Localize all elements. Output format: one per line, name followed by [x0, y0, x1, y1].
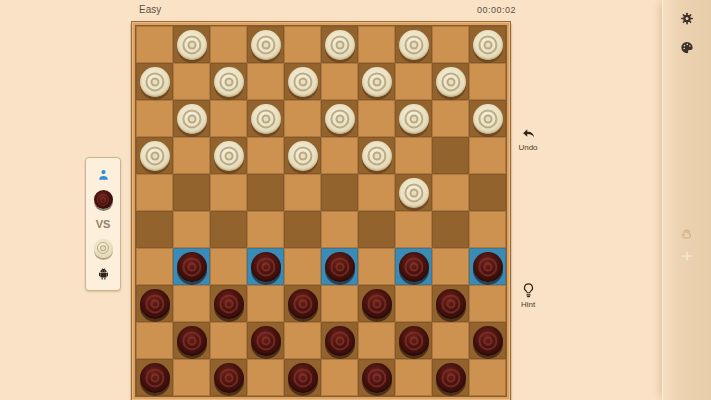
board-cell[interactable] — [284, 26, 321, 63]
piece-dark[interactable] — [288, 289, 318, 319]
checkers-board — [131, 21, 511, 400]
piece-dark[interactable] — [288, 363, 318, 393]
board-cell[interactable] — [395, 63, 432, 100]
board-cell[interactable] — [358, 322, 395, 359]
board-cell[interactable] — [136, 137, 173, 174]
person-icon — [96, 167, 111, 182]
piece-dark[interactable] — [473, 252, 503, 282]
board-cell[interactable] — [210, 174, 247, 211]
piece-light[interactable] — [177, 30, 207, 60]
piece-light[interactable] — [473, 30, 503, 60]
piece-dark[interactable] — [251, 326, 281, 356]
board-cell[interactable] — [432, 26, 469, 63]
board-cell[interactable] — [469, 174, 506, 211]
board-cell[interactable] — [173, 359, 210, 396]
piece-light[interactable] — [251, 30, 281, 60]
piece-light[interactable] — [362, 141, 392, 171]
undo-button[interactable]: Undo — [511, 126, 545, 152]
board-cell[interactable] — [395, 100, 432, 137]
piece-light[interactable] — [288, 141, 318, 171]
piece-dark[interactable] — [251, 252, 281, 282]
piece-light[interactable] — [214, 67, 244, 97]
board-cell[interactable] — [247, 211, 284, 248]
board-cell[interactable] — [136, 359, 173, 396]
piece-dark[interactable] — [399, 326, 429, 356]
board-cell[interactable] — [247, 63, 284, 100]
board-cell[interactable] — [358, 285, 395, 322]
board-cell[interactable] — [247, 322, 284, 359]
board-cell[interactable] — [173, 322, 210, 359]
board-cell-highlighted[interactable] — [247, 248, 284, 285]
piece-dark[interactable] — [140, 363, 170, 393]
board-cell[interactable] — [136, 174, 173, 211]
piece-light[interactable] — [251, 104, 281, 134]
board-cell[interactable] — [358, 174, 395, 211]
board-cell[interactable] — [284, 211, 321, 248]
piece-dark[interactable] — [325, 252, 355, 282]
board-cell[interactable] — [321, 322, 358, 359]
hint-label: Hint — [521, 300, 535, 309]
android-icon — [96, 266, 111, 281]
board-cell[interactable] — [284, 174, 321, 211]
board-cell[interactable] — [173, 174, 210, 211]
board-cell[interactable] — [432, 248, 469, 285]
board-cell[interactable] — [247, 174, 284, 211]
board-cell[interactable] — [395, 322, 432, 359]
board-cell[interactable] — [284, 285, 321, 322]
piece-light[interactable] — [399, 104, 429, 134]
board-cell[interactable] — [321, 359, 358, 396]
board-cell-highlighted[interactable] — [173, 248, 210, 285]
game-timer: 00:00:02 — [477, 5, 516, 15]
board-cell[interactable] — [173, 211, 210, 248]
piece-light[interactable] — [399, 178, 429, 208]
board-cell[interactable] — [358, 63, 395, 100]
board-cell[interactable] — [469, 100, 506, 137]
palette-icon[interactable] — [680, 40, 695, 55]
board-cell[interactable] — [210, 26, 247, 63]
board-cell[interactable] — [358, 26, 395, 63]
piece-light[interactable] — [362, 67, 392, 97]
board-cell[interactable] — [395, 285, 432, 322]
player-piece-light — [94, 239, 113, 258]
board-cell[interactable] — [432, 100, 469, 137]
settings-gear-icon[interactable] — [680, 11, 695, 26]
board-cell-highlighted[interactable] — [321, 248, 358, 285]
board-cell[interactable] — [358, 211, 395, 248]
board-cell[interactable] — [247, 100, 284, 137]
piece-dark[interactable] — [177, 326, 207, 356]
board-cell[interactable] — [210, 359, 247, 396]
lightbulb-icon — [521, 282, 536, 298]
board-cell[interactable] — [432, 322, 469, 359]
board-cell[interactable] — [136, 26, 173, 63]
board-cell[interactable] — [432, 63, 469, 100]
board-cell[interactable] — [395, 359, 432, 396]
undo-label: Undo — [518, 143, 537, 152]
board-cell[interactable] — [358, 248, 395, 285]
board-cell[interactable] — [395, 26, 432, 63]
board-cell[interactable] — [173, 63, 210, 100]
board-cell[interactable] — [432, 211, 469, 248]
board-cell[interactable] — [321, 63, 358, 100]
piece-light[interactable] — [399, 30, 429, 60]
board-cell[interactable] — [136, 285, 173, 322]
hand-icon[interactable] — [679, 226, 695, 242]
board-cell[interactable] — [284, 137, 321, 174]
board-cell[interactable] — [284, 63, 321, 100]
board-cell[interactable] — [432, 174, 469, 211]
board-cell[interactable] — [395, 137, 432, 174]
board-cell[interactable] — [136, 248, 173, 285]
board-cell-highlighted[interactable] — [469, 248, 506, 285]
difficulty-label: Easy — [139, 4, 161, 15]
board-cell[interactable] — [469, 322, 506, 359]
board-cell[interactable] — [469, 359, 506, 396]
players-panel: VS — [85, 157, 121, 291]
board-cell[interactable] — [173, 137, 210, 174]
board-cell[interactable] — [321, 26, 358, 63]
undo-arrow-icon — [520, 126, 537, 141]
hint-button[interactable]: Hint — [511, 282, 545, 309]
board-cell[interactable] — [173, 26, 210, 63]
board-grid — [136, 26, 506, 396]
board-cell[interactable] — [247, 359, 284, 396]
board-cell[interactable] — [395, 211, 432, 248]
board-cell[interactable] — [136, 100, 173, 137]
player-piece-dark — [94, 190, 113, 209]
board-cell[interactable] — [432, 285, 469, 322]
board-cell[interactable] — [284, 248, 321, 285]
board-cell[interactable] — [321, 174, 358, 211]
piece-dark[interactable] — [399, 252, 429, 282]
board-cell[interactable] — [432, 359, 469, 396]
board-cell[interactable] — [469, 137, 506, 174]
board-cell[interactable] — [247, 26, 284, 63]
piece-dark[interactable] — [473, 326, 503, 356]
board-cell[interactable] — [210, 100, 247, 137]
board-cell[interactable] — [469, 26, 506, 63]
board-cell[interactable] — [284, 100, 321, 137]
board-cell[interactable] — [358, 100, 395, 137]
board-cell[interactable] — [136, 211, 173, 248]
board-cell[interactable] — [210, 248, 247, 285]
piece-dark[interactable] — [177, 252, 207, 282]
piece-light[interactable] — [325, 30, 355, 60]
piece-dark[interactable] — [362, 363, 392, 393]
board-cell[interactable] — [469, 63, 506, 100]
piece-light[interactable] — [436, 67, 466, 97]
board-cell[interactable] — [173, 100, 210, 137]
board-cell[interactable] — [469, 285, 506, 322]
board-cell[interactable] — [136, 322, 173, 359]
piece-dark[interactable] — [214, 363, 244, 393]
board-cell[interactable] — [210, 285, 247, 322]
board-cell[interactable] — [210, 211, 247, 248]
piece-light[interactable] — [140, 141, 170, 171]
piece-light[interactable] — [473, 104, 503, 134]
board-cell[interactable] — [284, 322, 321, 359]
board-cell[interactable] — [432, 137, 469, 174]
board-cell[interactable] — [395, 174, 432, 211]
board-cell[interactable] — [321, 137, 358, 174]
board-cell[interactable] — [247, 137, 284, 174]
board-cell[interactable] — [358, 359, 395, 396]
board-cell[interactable] — [210, 322, 247, 359]
board-cell[interactable] — [284, 359, 321, 396]
piece-dark[interactable] — [436, 363, 466, 393]
piece-light[interactable] — [325, 104, 355, 134]
board-cell[interactable] — [173, 285, 210, 322]
piece-dark[interactable] — [214, 289, 244, 319]
app-window: Easy 00:00:02 VS — [0, 0, 711, 400]
piece-light[interactable] — [140, 67, 170, 97]
piece-dark[interactable] — [436, 289, 466, 319]
board-cell[interactable] — [136, 63, 173, 100]
board-cell[interactable] — [321, 100, 358, 137]
piece-light[interactable] — [214, 141, 244, 171]
board-cell[interactable] — [469, 211, 506, 248]
board-cell[interactable] — [321, 211, 358, 248]
right-toolbar — [662, 0, 711, 400]
piece-light[interactable] — [177, 104, 207, 134]
board-cell[interactable] — [321, 285, 358, 322]
board-cell-highlighted[interactable] — [395, 248, 432, 285]
piece-dark[interactable] — [140, 289, 170, 319]
board-cell[interactable] — [358, 137, 395, 174]
piece-light[interactable] — [288, 67, 318, 97]
board-cell[interactable] — [210, 137, 247, 174]
board-cell[interactable] — [210, 63, 247, 100]
piece-dark[interactable] — [325, 326, 355, 356]
piece-dark[interactable] — [362, 289, 392, 319]
board-cell[interactable] — [247, 285, 284, 322]
vs-label: VS — [96, 218, 111, 230]
